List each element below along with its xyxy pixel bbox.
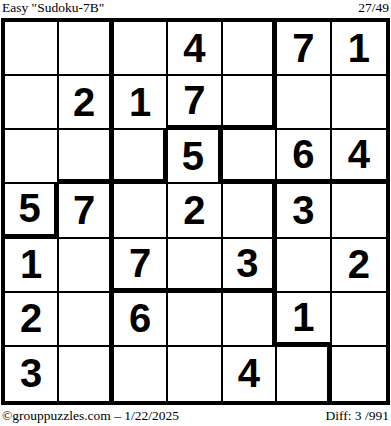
cell-r5c3[interactable]: 7 <box>114 239 168 293</box>
cell-r2c7[interactable] <box>332 76 386 130</box>
cell-r1c3[interactable] <box>114 22 168 76</box>
cell-r5c4[interactable] <box>168 239 222 293</box>
cell-r6c3[interactable]: 6 <box>114 293 168 347</box>
cell-r3c2[interactable] <box>59 130 113 184</box>
cell-r2c4[interactable]: 7 <box>168 76 222 130</box>
cell-r5c6[interactable] <box>277 239 331 293</box>
cell-r5c1[interactable]: 1 <box>5 239 59 293</box>
cell-r6c5[interactable] <box>223 293 277 347</box>
footer-site: ©grouppuzzles.com – 1/22/2025 <box>2 409 179 423</box>
footer-difficulty: Diff: 3 /991 <box>326 409 390 423</box>
cell-r2c3[interactable]: 1 <box>114 76 168 130</box>
puzzle-counter: 27/49 <box>358 1 389 15</box>
cell-r6c4[interactable] <box>168 293 222 347</box>
cell-r6c2[interactable] <box>59 293 113 347</box>
cell-r5c2[interactable] <box>59 239 113 293</box>
cell-r7c1[interactable]: 3 <box>5 347 59 401</box>
page-title: Easy "Sudoku-7B" <box>2 1 104 15</box>
cell-r6c1[interactable]: 2 <box>5 293 59 347</box>
cell-r1c2[interactable] <box>59 22 113 76</box>
cell-r4c1[interactable]: 5 <box>5 184 59 238</box>
sudoku-page: Easy "Sudoku-7B" 27/49 47121756457231732… <box>0 0 391 426</box>
cell-r7c4[interactable] <box>168 347 222 401</box>
cell-r1c1[interactable] <box>5 22 59 76</box>
cell-r4c5[interactable] <box>223 184 277 238</box>
cell-r4c3[interactable] <box>114 184 168 238</box>
cell-r3c4[interactable]: 5 <box>168 130 222 184</box>
cell-r2c5[interactable] <box>223 76 277 130</box>
cell-r3c6[interactable]: 6 <box>277 130 331 184</box>
footer: ©grouppuzzles.com – 1/22/2025 Diff: 3 /9… <box>0 405 391 423</box>
cell-r3c7[interactable]: 4 <box>332 130 386 184</box>
cell-r7c6[interactable] <box>277 347 331 401</box>
cell-r4c6[interactable]: 3 <box>277 184 331 238</box>
sudoku-board: 4712175645723173226134 <box>1 18 390 405</box>
cell-r7c5[interactable]: 4 <box>223 347 277 401</box>
cell-r6c6[interactable]: 1 <box>277 293 331 347</box>
cell-r3c5[interactable] <box>223 130 277 184</box>
cell-r1c5[interactable] <box>223 22 277 76</box>
cell-r2c6[interactable] <box>277 76 331 130</box>
cell-r1c7[interactable]: 1 <box>332 22 386 76</box>
cell-r6c7[interactable] <box>332 293 386 347</box>
cell-r1c6[interactable]: 7 <box>277 22 331 76</box>
header: Easy "Sudoku-7B" 27/49 <box>0 0 391 18</box>
cell-r2c1[interactable] <box>5 76 59 130</box>
cell-r3c3[interactable] <box>114 130 168 184</box>
cell-r4c2[interactable]: 7 <box>59 184 113 238</box>
cell-r4c4[interactable]: 2 <box>168 184 222 238</box>
cell-r4c7[interactable] <box>332 184 386 238</box>
cell-r5c5[interactable]: 3 <box>223 239 277 293</box>
cell-r1c4[interactable]: 4 <box>168 22 222 76</box>
cell-r7c3[interactable] <box>114 347 168 401</box>
cell-r7c7[interactable] <box>332 347 386 401</box>
cell-r5c7[interactable]: 2 <box>332 239 386 293</box>
cell-r2c2[interactable]: 2 <box>59 76 113 130</box>
cell-r7c2[interactable] <box>59 347 113 401</box>
cell-r3c1[interactable] <box>5 130 59 184</box>
